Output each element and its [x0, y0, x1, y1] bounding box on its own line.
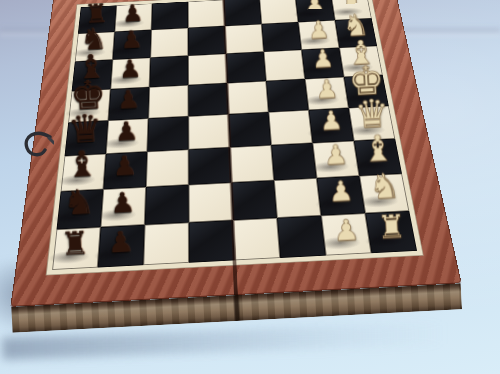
latch-hook-icon	[20, 130, 54, 166]
square-b5[interactable]	[189, 183, 233, 223]
white-queen-icon: ♛	[340, 94, 404, 133]
square-g5[interactable]	[188, 26, 226, 56]
chess-board: ♜♟♟♜♞♟♟♞♝♟♟♝♚♟♟♚♛♟♟♛♝♟♟♝♞♟♟♞♜♟♟♜	[10, 0, 461, 307]
chessboard-scene: ♜♟♟♜♞♟♟♞♝♟♟♝♚♟♟♚♛♟♟♛♝♟♟♝♞♟♟♞♜♟♟♜	[0, 0, 500, 374]
square-d5[interactable]	[188, 114, 229, 149]
square-h5[interactable]	[188, 0, 225, 28]
black-bishop-icon: ♝	[49, 146, 115, 182]
square-b4[interactable]	[231, 180, 277, 220]
square-d4[interactable]	[228, 112, 271, 147]
square-c4[interactable]	[230, 145, 274, 182]
white-rook-icon: ♜	[357, 211, 427, 244]
white-knight-icon: ♞	[351, 169, 419, 204]
square-f5[interactable]	[188, 54, 227, 85]
black-rook-icon: ♜	[40, 227, 110, 260]
square-f4[interactable]	[226, 52, 266, 83]
square-h4[interactable]	[224, 0, 262, 26]
square-g4[interactable]	[225, 24, 264, 54]
square-c5[interactable]	[189, 147, 232, 184]
square-e4[interactable]	[227, 81, 268, 114]
black-queen-icon: ♛	[53, 109, 117, 148]
black-knight-icon: ♞	[45, 185, 113, 220]
square-e5[interactable]	[188, 83, 228, 116]
square-a5[interactable]	[189, 220, 235, 263]
square-a4[interactable]	[233, 218, 280, 261]
photo-backdrop: ♜♟♟♜♞♟♟♞♝♟♟♝♚♟♟♚♛♟♟♛♝♟♟♝♞♟♟♞♜♟♟♜	[0, 0, 500, 374]
white-bishop-icon: ♝	[345, 131, 411, 167]
